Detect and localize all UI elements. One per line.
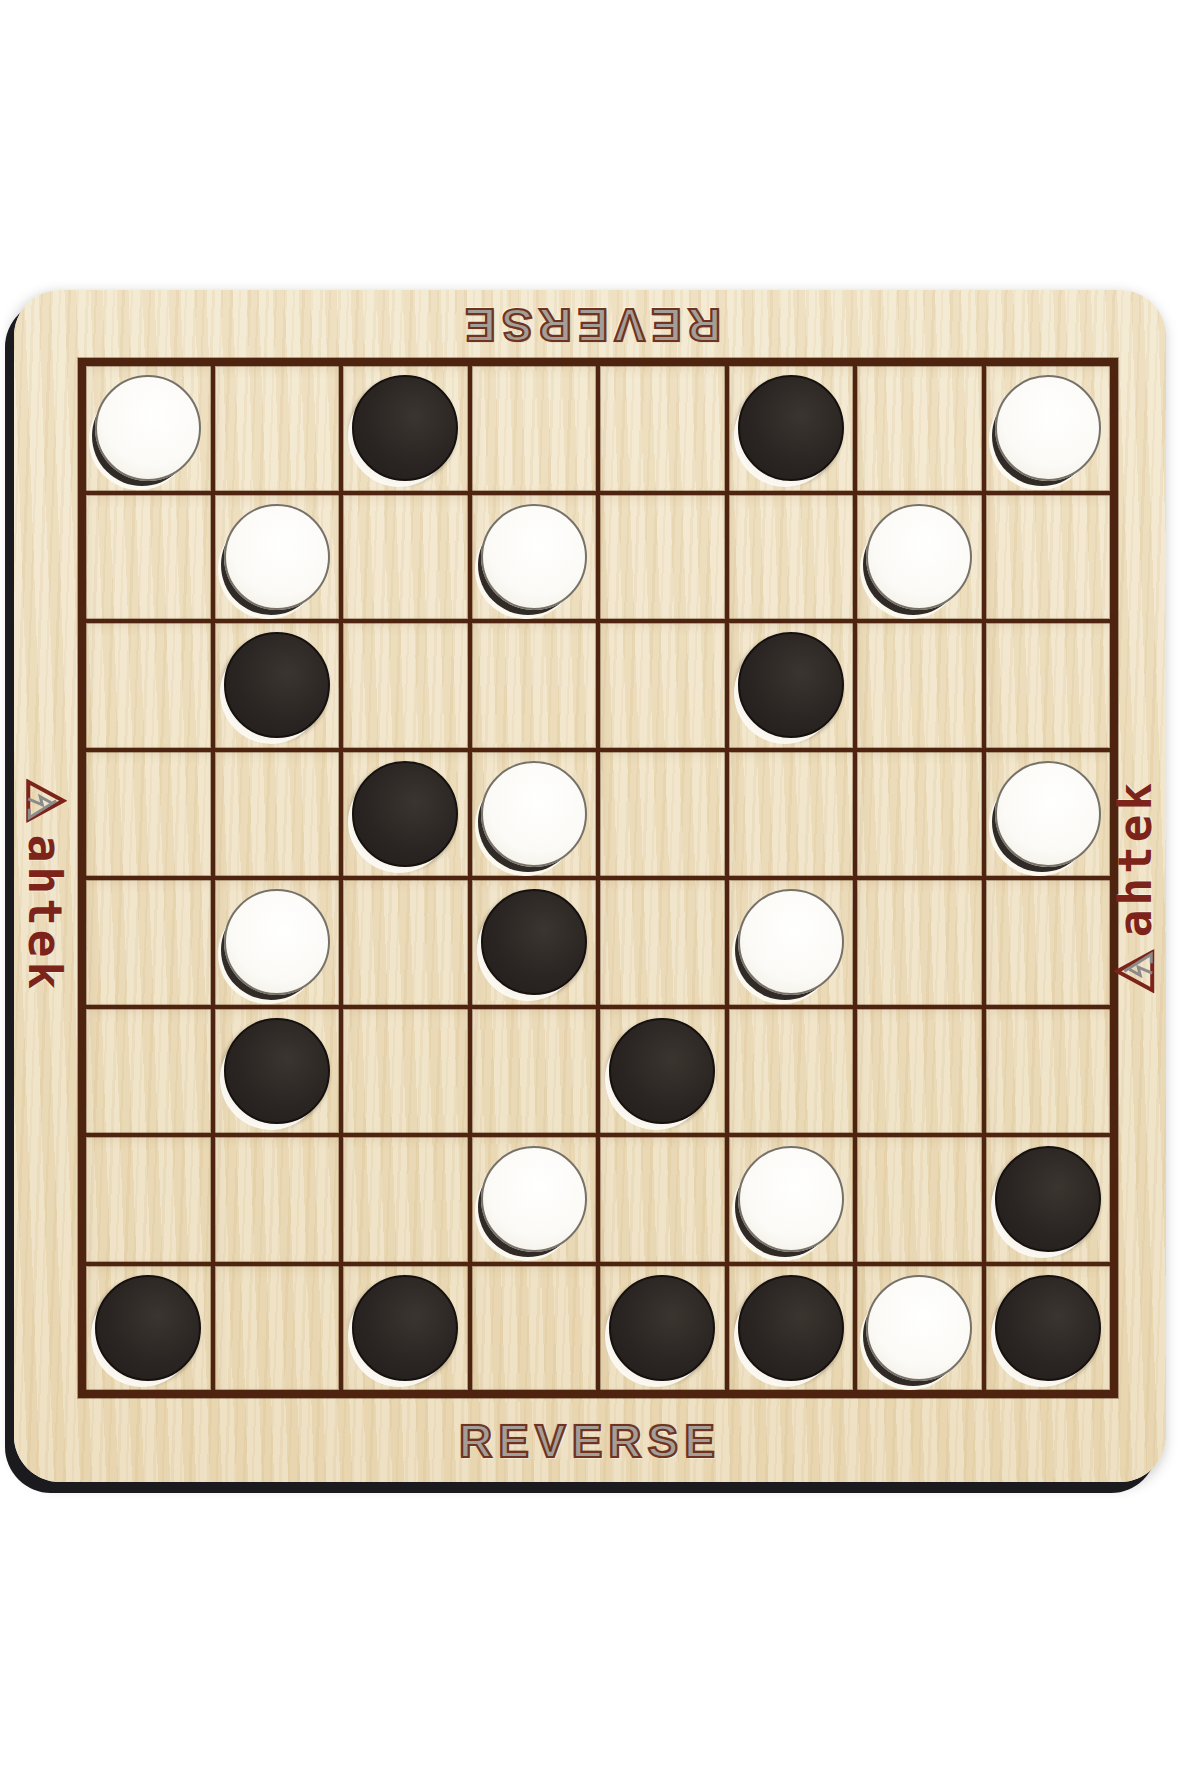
board-cell[interactable] <box>470 1135 599 1264</box>
board-cell[interactable] <box>984 1135 1113 1264</box>
white-disc[interactable] <box>995 375 1101 481</box>
ahtek-triangle-logo-icon <box>23 779 67 823</box>
board-cell[interactable] <box>984 493 1113 622</box>
black-disc[interactable] <box>609 1018 715 1124</box>
board-cell[interactable] <box>341 493 470 622</box>
board-cell[interactable] <box>855 750 984 879</box>
board-cell[interactable] <box>727 621 856 750</box>
white-disc[interactable] <box>738 889 844 995</box>
title-reverse-bottom: REVERSE <box>14 1414 1166 1468</box>
white-disc[interactable] <box>481 504 587 610</box>
black-disc[interactable] <box>352 1275 458 1381</box>
board-cell[interactable] <box>855 1264 984 1393</box>
board-cell[interactable] <box>84 878 213 1007</box>
board-cell[interactable] <box>470 878 599 1007</box>
white-disc[interactable] <box>995 761 1101 867</box>
board-cell[interactable] <box>984 878 1113 1007</box>
board-cell[interactable] <box>855 1007 984 1136</box>
game-board: REVERSE ahtek ahtek <box>14 290 1166 1482</box>
board-cell[interactable] <box>855 1135 984 1264</box>
board-cell[interactable] <box>855 621 984 750</box>
brand-text-left: ahtek <box>18 835 72 993</box>
board-cell[interactable] <box>341 621 470 750</box>
board-cell[interactable] <box>598 621 727 750</box>
board-cell[interactable] <box>855 493 984 622</box>
black-disc[interactable] <box>609 1275 715 1381</box>
board-cell[interactable] <box>984 621 1113 750</box>
ahtek-triangle-logo-icon <box>1113 949 1157 993</box>
board-cell[interactable] <box>598 493 727 622</box>
black-disc[interactable] <box>224 632 330 738</box>
board-cell[interactable] <box>84 364 213 493</box>
board-cell[interactable] <box>598 1135 727 1264</box>
board-grid <box>78 358 1118 1398</box>
board-cell[interactable] <box>213 1135 342 1264</box>
board-cell[interactable] <box>213 621 342 750</box>
board-cell[interactable] <box>598 364 727 493</box>
board-cell[interactable] <box>470 364 599 493</box>
board-cell[interactable] <box>598 1007 727 1136</box>
board-cell[interactable] <box>727 1007 856 1136</box>
white-disc[interactable] <box>481 761 587 867</box>
white-disc[interactable] <box>481 1146 587 1252</box>
white-disc[interactable] <box>224 889 330 995</box>
black-disc[interactable] <box>995 1146 1101 1252</box>
board-cell[interactable] <box>213 1007 342 1136</box>
board-cell[interactable] <box>213 750 342 879</box>
brand-logo-right: ahtek <box>1104 290 1166 1482</box>
board-cell[interactable] <box>341 1135 470 1264</box>
brand-logo-left: ahtek <box>14 290 76 1482</box>
board-cell[interactable] <box>598 878 727 1007</box>
board-cell[interactable] <box>727 750 856 879</box>
black-disc[interactable] <box>352 375 458 481</box>
board-cell[interactable] <box>84 621 213 750</box>
board-cell[interactable] <box>470 493 599 622</box>
board-cell[interactable] <box>984 1264 1113 1393</box>
white-disc[interactable] <box>866 504 972 610</box>
board-cell[interactable] <box>84 1135 213 1264</box>
board-cell[interactable] <box>84 493 213 622</box>
black-disc[interactable] <box>738 632 844 738</box>
board-cell[interactable] <box>727 878 856 1007</box>
board-cell[interactable] <box>984 1007 1113 1136</box>
board-cell[interactable] <box>84 1264 213 1393</box>
black-disc[interactable] <box>738 375 844 481</box>
board-cell[interactable] <box>855 878 984 1007</box>
board-cell[interactable] <box>213 364 342 493</box>
board-cell[interactable] <box>727 1135 856 1264</box>
board-cell[interactable] <box>984 750 1113 879</box>
board-cell[interactable] <box>84 1007 213 1136</box>
black-disc[interactable] <box>738 1275 844 1381</box>
board-cell[interactable] <box>855 364 984 493</box>
white-disc[interactable] <box>738 1146 844 1252</box>
white-disc[interactable] <box>866 1275 972 1381</box>
brand-text-right: ahtek <box>1108 779 1162 937</box>
board-cell[interactable] <box>470 621 599 750</box>
white-disc[interactable] <box>95 375 201 481</box>
board-cell[interactable] <box>470 1007 599 1136</box>
board-cell[interactable] <box>727 364 856 493</box>
black-disc[interactable] <box>995 1275 1101 1381</box>
board-cell[interactable] <box>341 1007 470 1136</box>
board-cell[interactable] <box>470 750 599 879</box>
board-cell[interactable] <box>470 1264 599 1393</box>
board-cell[interactable] <box>213 1264 342 1393</box>
title-reverse-top: REVERSE <box>14 298 1166 352</box>
board-cell[interactable] <box>727 1264 856 1393</box>
black-disc[interactable] <box>224 1018 330 1124</box>
board-cell[interactable] <box>341 1264 470 1393</box>
board-cell[interactable] <box>727 493 856 622</box>
white-disc[interactable] <box>224 504 330 610</box>
black-disc[interactable] <box>95 1275 201 1381</box>
board-cell[interactable] <box>598 750 727 879</box>
board-cell[interactable] <box>84 750 213 879</box>
board-cell[interactable] <box>341 364 470 493</box>
board-cell[interactable] <box>984 364 1113 493</box>
board-cell[interactable] <box>213 878 342 1007</box>
black-disc[interactable] <box>481 889 587 995</box>
board-cell[interactable] <box>213 493 342 622</box>
board-cell[interactable] <box>598 1264 727 1393</box>
board-cell[interactable] <box>341 750 470 879</box>
board-cell[interactable] <box>341 878 470 1007</box>
black-disc[interactable] <box>352 761 458 867</box>
